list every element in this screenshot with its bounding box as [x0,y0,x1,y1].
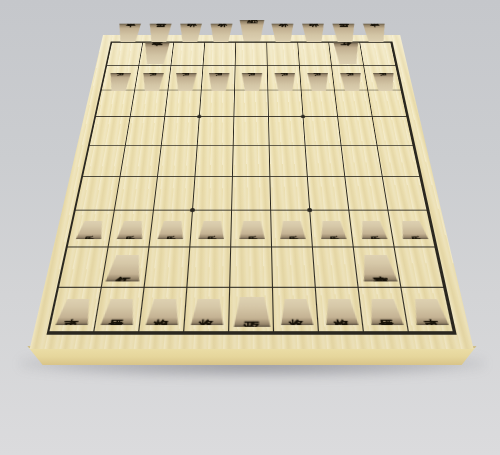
board-cell-77[interactable]: 歩兵 [149,211,193,248]
piece-gote-silver[interactable]: 銀将 [301,23,326,44]
board-cell-15[interactable] [378,146,421,177]
piece-sente-pawn[interactable]: 歩兵 [396,215,429,238]
board-cell-33[interactable]: 歩兵 [302,90,339,117]
piece-sente-pawn[interactable]: 歩兵 [115,215,147,238]
board-cell-84[interactable] [126,117,165,146]
board-cell-63[interactable]: 歩兵 [200,90,235,117]
board-cell-46[interactable] [270,177,310,211]
board-cell-25[interactable] [342,146,383,177]
board-cell-64[interactable] [198,117,235,146]
board-cell-49[interactable]: 金将 [273,288,319,332]
board-cell-35[interactable] [306,146,346,177]
board-cell-76[interactable] [154,177,196,211]
board-cell-86[interactable] [115,177,158,211]
board-cell-41[interactable]: 金将 [267,43,300,66]
piece-sente-bishop[interactable]: 角行 [104,249,146,281]
piece-gote-pawn[interactable]: 歩兵 [240,73,263,94]
piece-gote-gold[interactable]: 金将 [270,23,295,44]
board-cell-73[interactable]: 歩兵 [165,90,202,117]
piece-sente-lance[interactable]: 香車 [54,292,97,325]
board-cell-94[interactable] [90,117,131,146]
board-cell-91[interactable]: 香車 [107,43,143,66]
board-cell-16[interactable] [383,177,428,211]
piece-sente-pawn[interactable]: 歩兵 [197,215,226,238]
piece-sente-silver[interactable]: 銀将 [321,292,359,325]
board-cell-68[interactable] [187,247,231,287]
board-cell-93[interactable]: 歩兵 [96,90,135,117]
board-cell-14[interactable] [373,117,414,146]
board-cell-54[interactable] [234,117,270,146]
piece-sente-pawn[interactable]: 歩兵 [317,215,347,238]
board-cell-96[interactable] [76,177,121,211]
board-cell-47[interactable]: 歩兵 [271,211,313,248]
board-cell-44[interactable] [269,117,306,146]
shogi-board-scene: 香車桂馬銀将金将王将金将銀将桂馬香車飛車角行歩兵歩兵歩兵歩兵歩兵歩兵歩兵歩兵歩兵… [103,35,400,332]
board-cell-99[interactable]: 香車 [49,288,101,332]
board-cell-53[interactable]: 歩兵 [234,90,269,117]
piece-sente-king[interactable]: 玉将 [232,289,272,326]
board-cell-56[interactable] [232,177,271,211]
board-cell-67[interactable]: 歩兵 [190,211,232,248]
piece-gote-lance[interactable]: 香車 [362,23,389,44]
photo-background: 香車桂馬銀将金将王将金将銀将桂馬香車飛車角行歩兵歩兵歩兵歩兵歩兵歩兵歩兵歩兵歩兵… [0,0,500,455]
board-cell-95[interactable] [83,146,126,177]
board-cell-69[interactable]: 金将 [184,288,230,332]
board-cell-27[interactable]: 歩兵 [349,211,394,248]
board-cell-37[interactable]: 歩兵 [310,211,354,248]
piece-sente-lance[interactable]: 香車 [407,292,450,325]
piece-sente-pawn[interactable]: 歩兵 [356,215,388,238]
board-cell-45[interactable] [270,146,308,177]
board-cell-19[interactable]: 香車 [401,288,453,332]
board-cell-13[interactable]: 歩兵 [368,90,407,117]
board-cell-87[interactable]: 歩兵 [109,211,154,248]
board-cell-74[interactable] [162,117,200,146]
board-cells: 香車桂馬銀将金将王将金将銀将桂馬香車飛車角行歩兵歩兵歩兵歩兵歩兵歩兵歩兵歩兵歩兵… [49,43,454,333]
piece-sente-gold[interactable]: 金将 [189,292,225,325]
board-cell-59[interactable]: 玉将 [229,288,274,332]
board-cell-24[interactable] [338,117,377,146]
board-cell-51[interactable]: 王将 [236,43,268,66]
board-cell-71[interactable]: 銀将 [171,43,205,66]
board-cell-48[interactable] [272,247,316,287]
piece-gote-gold[interactable]: 金将 [208,23,233,44]
piece-gote-king[interactable]: 王将 [238,20,265,44]
board-cell-88[interactable]: 角行 [102,247,150,287]
piece-gote-knight[interactable]: 桂馬 [146,23,172,44]
board-cell-83[interactable]: 歩兵 [131,90,169,117]
board-cell-43[interactable]: 歩兵 [268,90,303,117]
board-cell-23[interactable]: 歩兵 [335,90,373,117]
board-cell-78[interactable] [145,247,191,287]
piece-sente-pawn[interactable]: 歩兵 [156,215,186,238]
board-cell-31[interactable]: 銀将 [298,43,332,66]
board-cell-38[interactable] [313,247,359,287]
board-cell-97[interactable]: 歩兵 [68,211,115,248]
board-cell-18[interactable] [395,247,445,287]
piece-sente-knight[interactable]: 桂馬 [364,292,404,325]
piece-sente-rook[interactable]: 飛車 [357,249,399,281]
board-cell-34[interactable] [303,117,341,146]
piece-sente-pawn[interactable]: 歩兵 [278,215,307,238]
board-cell-89[interactable]: 桂馬 [94,288,144,332]
board-grid: 香車桂馬銀将金将王将金将銀将桂馬香車飛車角行歩兵歩兵歩兵歩兵歩兵歩兵歩兵歩兵歩兵… [46,42,456,335]
board-cell-61[interactable]: 金将 [203,43,236,66]
board-cell-36[interactable] [308,177,350,211]
board-cell-17[interactable]: 歩兵 [388,211,435,248]
board-cell-65[interactable] [195,146,233,177]
piece-gote-knight[interactable]: 桂馬 [331,23,357,44]
board-cell-85[interactable] [120,146,161,177]
piece-gote-silver[interactable]: 銀将 [177,23,202,44]
board-cell-26[interactable] [345,177,388,211]
board-cell-58[interactable] [230,247,273,287]
board-cell-75[interactable] [158,146,198,177]
piece-gote-lance[interactable]: 香車 [115,23,142,44]
board-cell-29[interactable]: 桂馬 [359,288,409,332]
board-cell-39[interactable]: 銀将 [316,288,364,332]
piece-sente-silver[interactable]: 銀将 [144,292,182,325]
board-cell-98[interactable] [59,247,109,287]
board-cell-11[interactable]: 香車 [360,43,396,66]
board-cell-79[interactable]: 銀将 [139,288,187,332]
piece-sente-pawn[interactable]: 歩兵 [74,215,107,238]
piece-gote-pawn[interactable]: 歩兵 [273,73,296,94]
piece-sente-pawn[interactable]: 歩兵 [238,215,266,238]
shogi-board: 香車桂馬銀将金将王将金将銀将桂馬香車飛車角行歩兵歩兵歩兵歩兵歩兵歩兵歩兵歩兵歩兵… [30,35,474,349]
board-cell-66[interactable] [193,177,233,211]
board-cell-28[interactable]: 飛車 [354,247,402,287]
board-cell-57[interactable]: 歩兵 [231,211,272,248]
piece-sente-gold[interactable]: 金将 [278,292,314,325]
board-cell-55[interactable] [233,146,270,177]
piece-sente-knight[interactable]: 桂馬 [99,292,139,325]
